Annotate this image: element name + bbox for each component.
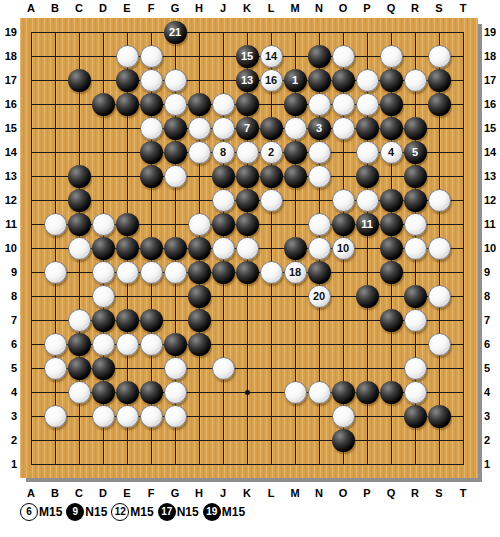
stone-black-M17[interactable]: 1	[284, 69, 307, 92]
stone-black-P13[interactable]	[356, 165, 379, 188]
stone-black-Q10[interactable]	[380, 237, 403, 260]
stone-white-K10[interactable]	[236, 237, 259, 260]
stone-white-N10[interactable]	[308, 237, 331, 260]
col-label-bottom-R: R	[403, 487, 427, 499]
stone-white-N4[interactable]	[308, 381, 331, 404]
stone-black-D7[interactable]	[92, 309, 115, 332]
stone-black-R13[interactable]	[404, 165, 427, 188]
stone-white-L18[interactable]: 14	[260, 45, 283, 68]
stone-white-B5[interactable]	[44, 357, 67, 380]
stone-black-Q12[interactable]	[380, 189, 403, 212]
row-label-right-4: 4	[484, 385, 500, 399]
stone-black-C6[interactable]	[68, 333, 91, 356]
stone-black-L15[interactable]	[260, 117, 283, 140]
stone-black-F10[interactable]	[140, 237, 163, 260]
stone-black-M13[interactable]	[284, 165, 307, 188]
stone-white-E9[interactable]	[116, 261, 139, 284]
stone-black-J11[interactable]	[212, 213, 235, 236]
stone-black-H9[interactable]	[188, 261, 211, 284]
stone-black-N9[interactable]	[308, 261, 331, 284]
stone-white-M4[interactable]	[284, 381, 307, 404]
stone-white-B3[interactable]	[44, 405, 67, 428]
stone-black-K13[interactable]	[236, 165, 259, 188]
stone-black-K16[interactable]	[236, 93, 259, 116]
stone-white-O10[interactable]: 10	[332, 237, 355, 260]
caption-move-coord-17: N15	[177, 505, 199, 519]
stone-black-C5[interactable]	[68, 357, 91, 380]
stone-white-N11[interactable]	[308, 213, 331, 236]
stone-black-M14[interactable]	[284, 141, 307, 164]
row-label-right-14: 14	[484, 145, 500, 159]
row-label-left-17: 17	[1, 73, 17, 87]
stone-white-P17[interactable]	[356, 69, 379, 92]
stone-black-Q11[interactable]	[380, 213, 403, 236]
stone-white-F3[interactable]	[140, 405, 163, 428]
stone-white-S12[interactable]	[428, 189, 451, 212]
caption-move-stone-9: 9	[66, 503, 84, 521]
row-label-right-6: 6	[484, 337, 500, 351]
stone-white-F17[interactable]	[140, 69, 163, 92]
stone-black-E4[interactable]	[116, 381, 139, 404]
stone-white-L9[interactable]	[260, 261, 283, 284]
stone-black-D4[interactable]	[92, 381, 115, 404]
row-label-right-13: 13	[484, 169, 500, 183]
col-label-bottom-F: F	[139, 487, 163, 499]
stone-black-K11[interactable]	[236, 213, 259, 236]
col-label-top-K: K	[235, 2, 259, 14]
row-label-left-5: 5	[1, 361, 17, 375]
col-label-top-N: N	[307, 2, 331, 14]
row-label-left-13: 13	[1, 169, 17, 183]
stone-white-F15[interactable]	[140, 117, 163, 140]
col-label-top-G: G	[163, 2, 187, 14]
row-label-right-18: 18	[484, 49, 500, 63]
stone-black-H16[interactable]	[188, 93, 211, 116]
col-label-bottom-G: G	[163, 487, 187, 499]
star-point-K4	[245, 390, 250, 395]
stone-black-E17[interactable]	[116, 69, 139, 92]
caption-move-stone-19: 19	[203, 503, 221, 521]
col-label-top-E: E	[115, 2, 139, 14]
row-label-right-19: 19	[484, 25, 500, 39]
stone-black-K17[interactable]: 13	[236, 69, 259, 92]
stone-black-N17[interactable]	[308, 69, 331, 92]
stone-white-G9[interactable]	[164, 261, 187, 284]
col-label-top-O: O	[331, 2, 355, 14]
row-label-left-4: 4	[1, 385, 17, 399]
stone-black-G6[interactable]	[164, 333, 187, 356]
row-label-left-15: 15	[1, 121, 17, 135]
stone-black-O11[interactable]	[332, 213, 355, 236]
stone-black-C17[interactable]	[68, 69, 91, 92]
col-label-bottom-A: A	[19, 487, 43, 499]
stone-white-E18[interactable]	[116, 45, 139, 68]
col-label-bottom-P: P	[355, 487, 379, 499]
col-label-top-T: T	[451, 2, 475, 14]
stone-white-P12[interactable]	[356, 189, 379, 212]
stone-white-J12[interactable]	[212, 189, 235, 212]
stone-white-N13[interactable]	[308, 165, 331, 188]
col-label-bottom-M: M	[283, 487, 307, 499]
stone-white-H15[interactable]	[188, 117, 211, 140]
row-label-left-10: 10	[1, 241, 17, 255]
stone-white-Q14[interactable]: 4	[380, 141, 403, 164]
stone-white-R4[interactable]	[404, 381, 427, 404]
col-label-bottom-E: E	[115, 487, 139, 499]
stone-black-O2[interactable]	[332, 429, 355, 452]
stone-white-G3[interactable]	[164, 405, 187, 428]
stone-black-F4[interactable]	[140, 381, 163, 404]
stone-white-D3[interactable]	[92, 405, 115, 428]
stone-black-C13[interactable]	[68, 165, 91, 188]
row-label-left-3: 3	[1, 409, 17, 423]
row-label-right-7: 7	[484, 313, 500, 327]
stone-white-O18[interactable]	[332, 45, 355, 68]
stone-white-L14[interactable]: 2	[260, 141, 283, 164]
stone-black-F16[interactable]	[140, 93, 163, 116]
row-label-left-2: 2	[1, 433, 17, 447]
stone-white-F18[interactable]	[140, 45, 163, 68]
stone-white-C7[interactable]	[68, 309, 91, 332]
stone-black-H10[interactable]	[188, 237, 211, 260]
caption-move-coord-12: M15	[130, 505, 153, 519]
stone-black-N18[interactable]	[308, 45, 331, 68]
stone-black-Q15[interactable]	[380, 117, 403, 140]
stone-white-Q18[interactable]	[380, 45, 403, 68]
col-label-top-S: S	[427, 2, 451, 14]
col-label-bottom-Q: Q	[379, 487, 403, 499]
row-label-right-15: 15	[484, 121, 500, 135]
stone-white-O12[interactable]	[332, 189, 355, 212]
stone-white-N16[interactable]	[308, 93, 331, 116]
stone-white-R11[interactable]	[404, 213, 427, 236]
stone-black-K15[interactable]: 7	[236, 117, 259, 140]
stone-black-S17[interactable]	[428, 69, 451, 92]
stone-white-G17[interactable]	[164, 69, 187, 92]
stone-white-G5[interactable]	[164, 357, 187, 380]
caption-move-stone-6: 6	[20, 503, 38, 521]
stone-white-K14[interactable]	[236, 141, 259, 164]
stone-black-R12[interactable]	[404, 189, 427, 212]
col-label-top-P: P	[355, 2, 379, 14]
caption-move-stone-12: 12	[111, 503, 129, 521]
col-label-bottom-J: J	[211, 487, 235, 499]
stone-white-E6[interactable]	[116, 333, 139, 356]
stone-white-P16[interactable]	[356, 93, 379, 116]
caption-move-coord-9: N15	[85, 505, 107, 519]
stone-black-M10[interactable]	[284, 237, 307, 260]
col-label-bottom-S: S	[427, 487, 451, 499]
row-label-right-17: 17	[484, 73, 500, 87]
stone-black-Q16[interactable]	[380, 93, 403, 116]
row-label-right-2: 2	[484, 433, 500, 447]
stone-white-G16[interactable]	[164, 93, 187, 116]
row-label-left-9: 9	[1, 265, 17, 279]
stone-black-D10[interactable]	[92, 237, 115, 260]
stone-white-H11[interactable]	[188, 213, 211, 236]
stone-black-G19[interactable]: 21	[164, 21, 187, 44]
stone-white-S10[interactable]	[428, 237, 451, 260]
col-label-top-C: C	[67, 2, 91, 14]
stone-black-E16[interactable]	[116, 93, 139, 116]
stone-black-K12[interactable]	[236, 189, 259, 212]
stone-black-H7[interactable]	[188, 309, 211, 332]
stone-white-E3[interactable]	[116, 405, 139, 428]
stone-black-Q9[interactable]	[380, 261, 403, 284]
stone-black-D5[interactable]	[92, 357, 115, 380]
col-label-bottom-L: L	[259, 487, 283, 499]
col-label-top-F: F	[139, 2, 163, 14]
stone-white-B6[interactable]	[44, 333, 67, 356]
stone-white-F6[interactable]	[140, 333, 163, 356]
stone-white-G4[interactable]	[164, 381, 187, 404]
row-label-right-11: 11	[484, 217, 500, 231]
stone-white-D6[interactable]	[92, 333, 115, 356]
stone-black-P4[interactable]	[356, 381, 379, 404]
stone-black-Q17[interactable]	[380, 69, 403, 92]
row-label-right-1: 1	[484, 457, 500, 471]
stone-white-O15[interactable]	[332, 117, 355, 140]
stone-white-L12[interactable]	[260, 189, 283, 212]
col-label-top-Q: Q	[379, 2, 403, 14]
caption-move-stone-17: 17	[158, 503, 176, 521]
go-diagram-page: ABCDEFGHJKLMNOPQRST ABCDEFGHJKLMNOPQRST …	[0, 0, 500, 537]
row-label-left-16: 16	[1, 97, 17, 111]
stone-white-J14[interactable]: 8	[212, 141, 235, 164]
stone-black-N15[interactable]: 3	[308, 117, 331, 140]
stone-white-B11[interactable]	[44, 213, 67, 236]
stone-black-P11[interactable]: 11	[356, 213, 379, 236]
stone-black-R14[interactable]: 5	[404, 141, 427, 164]
stone-black-Q7[interactable]	[380, 309, 403, 332]
col-label-top-M: M	[283, 2, 307, 14]
col-label-bottom-O: O	[331, 487, 355, 499]
row-label-right-12: 12	[484, 193, 500, 207]
stone-white-R5[interactable]	[404, 357, 427, 380]
row-label-right-5: 5	[484, 361, 500, 375]
stone-white-D11[interactable]	[92, 213, 115, 236]
stone-black-C11[interactable]	[68, 213, 91, 236]
stone-black-O4[interactable]	[332, 381, 355, 404]
stone-black-C12[interactable]	[68, 189, 91, 212]
stone-white-D9[interactable]	[92, 261, 115, 284]
stone-white-C4[interactable]	[68, 381, 91, 404]
stone-black-E7[interactable]	[116, 309, 139, 332]
stone-black-K9[interactable]	[236, 261, 259, 284]
row-label-right-16: 16	[484, 97, 500, 111]
stone-black-F13[interactable]	[140, 165, 163, 188]
stone-white-L17[interactable]: 16	[260, 69, 283, 92]
stone-white-F9[interactable]	[140, 261, 163, 284]
stone-white-S8[interactable]	[428, 285, 451, 308]
row-label-right-9: 9	[484, 265, 500, 279]
stone-black-S16[interactable]	[428, 93, 451, 116]
stone-white-J5[interactable]	[212, 357, 235, 380]
ko-caption: 6M159N1512M1517N1519M15	[20, 502, 249, 522]
stone-black-M16[interactable]	[284, 93, 307, 116]
stone-black-O17[interactable]	[332, 69, 355, 92]
col-label-bottom-B: B	[43, 487, 67, 499]
col-label-bottom-N: N	[307, 487, 331, 499]
col-label-top-D: D	[91, 2, 115, 14]
stone-black-H8[interactable]	[188, 285, 211, 308]
stone-black-R15[interactable]	[404, 117, 427, 140]
stone-white-J15[interactable]	[212, 117, 235, 140]
row-label-right-3: 3	[484, 409, 500, 423]
row-label-left-14: 14	[1, 145, 17, 159]
caption-move-coord-19: M15	[222, 505, 245, 519]
stone-black-L13[interactable]	[260, 165, 283, 188]
stone-black-H6[interactable]	[188, 333, 211, 356]
stone-white-S6[interactable]	[428, 333, 451, 356]
col-label-bottom-H: H	[187, 487, 211, 499]
row-label-left-18: 18	[1, 49, 17, 63]
stone-white-M9[interactable]: 18	[284, 261, 307, 284]
stone-white-O16[interactable]	[332, 93, 355, 116]
row-label-left-7: 7	[1, 313, 17, 327]
col-label-top-J: J	[211, 2, 235, 14]
stone-black-E10[interactable]	[116, 237, 139, 260]
stone-black-J13[interactable]	[212, 165, 235, 188]
col-label-bottom-K: K	[235, 487, 259, 499]
stone-black-E11[interactable]	[116, 213, 139, 236]
stone-black-P15[interactable]	[356, 117, 379, 140]
stone-white-R7[interactable]	[404, 309, 427, 332]
stone-black-G10[interactable]	[164, 237, 187, 260]
stone-white-N8[interactable]: 20	[308, 285, 331, 308]
col-label-top-A: A	[19, 2, 43, 14]
stone-white-C10[interactable]	[68, 237, 91, 260]
stone-white-M15[interactable]	[284, 117, 307, 140]
stone-white-R17[interactable]	[404, 69, 427, 92]
stone-white-N14[interactable]	[308, 141, 331, 164]
row-label-right-10: 10	[484, 241, 500, 255]
stone-white-J10[interactable]	[212, 237, 235, 260]
stone-white-H14[interactable]	[188, 141, 211, 164]
stone-white-P14[interactable]	[356, 141, 379, 164]
stone-white-J16[interactable]	[212, 93, 235, 116]
stone-black-P8[interactable]	[356, 285, 379, 308]
col-label-top-B: B	[43, 2, 67, 14]
stone-white-G13[interactable]	[164, 165, 187, 188]
stone-white-D8[interactable]	[92, 285, 115, 308]
stone-white-B9[interactable]	[44, 261, 67, 284]
row-label-right-8: 8	[484, 289, 500, 303]
col-label-top-L: L	[259, 2, 283, 14]
stone-black-J9[interactable]	[212, 261, 235, 284]
row-label-left-19: 19	[1, 25, 17, 39]
stone-black-K18[interactable]: 15	[236, 45, 259, 68]
row-label-left-11: 11	[1, 217, 17, 231]
stone-black-R8[interactable]	[404, 285, 427, 308]
stone-black-F7[interactable]	[140, 309, 163, 332]
stone-black-G15[interactable]	[164, 117, 187, 140]
col-label-bottom-C: C	[67, 487, 91, 499]
go-board[interactable]: 2115141316173824511101820	[20, 18, 478, 478]
caption-move-coord-6: M15	[39, 505, 62, 519]
stone-black-S3[interactable]	[428, 405, 451, 428]
row-label-left-8: 8	[1, 289, 17, 303]
col-label-top-H: H	[187, 2, 211, 14]
stone-white-R10[interactable]	[404, 237, 427, 260]
stone-black-F14[interactable]	[140, 141, 163, 164]
stone-black-R3[interactable]	[404, 405, 427, 428]
col-label-bottom-D: D	[91, 487, 115, 499]
row-label-left-6: 6	[1, 337, 17, 351]
stone-white-S18[interactable]	[428, 45, 451, 68]
stone-black-D16[interactable]	[92, 93, 115, 116]
row-label-left-12: 12	[1, 193, 17, 207]
stone-black-Q4[interactable]	[380, 381, 403, 404]
stone-black-G14[interactable]	[164, 141, 187, 164]
stone-white-O3[interactable]	[332, 405, 355, 428]
col-label-bottom-T: T	[451, 487, 475, 499]
col-label-top-R: R	[403, 2, 427, 14]
row-label-left-1: 1	[1, 457, 17, 471]
